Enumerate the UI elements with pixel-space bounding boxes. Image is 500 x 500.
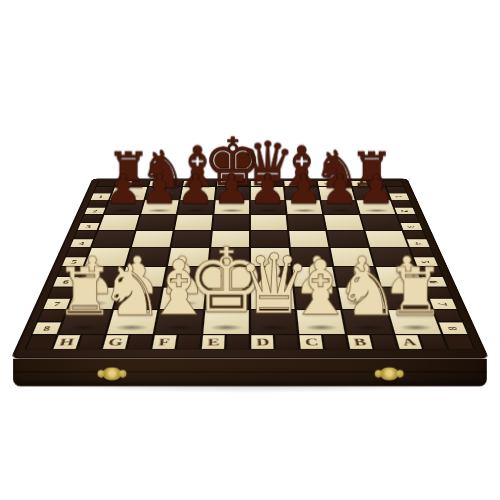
file-label-back-e: E — [223, 182, 227, 184]
file-label-front-e: E — [207, 337, 219, 347]
piece-cell-f2: ♟ — [178, 200, 214, 214]
frame-spacer-tile — [227, 335, 249, 349]
file-label-cell-front-b: B — [348, 335, 398, 349]
rank-label-left-8: 8 — [42, 325, 51, 332]
file-label-tile-front-g: G — [103, 335, 129, 349]
file-label-tile-front-a: A — [396, 335, 422, 349]
file-label-cell-front-g: G — [103, 335, 153, 349]
piece-dark-pawn-b2[interactable]: ♟ — [322, 168, 359, 210]
piece-cell-a2: ♟ — [357, 200, 396, 214]
piece-dark-pawn-a2[interactable]: ♟ — [358, 168, 395, 210]
piece-cell-b2: ♟ — [321, 200, 358, 214]
chess-board: HGFEDCBA1122334455667788HGFEDCBA ♜♞♝♚♛♝♞… — [11, 179, 490, 359]
frame-corner — [26, 335, 56, 349]
file-label-tile-front-b: B — [348, 335, 373, 349]
box-front — [13, 359, 487, 387]
file-label-front-d: D — [255, 337, 269, 347]
rank-label-right-4: 4 — [412, 242, 424, 244]
frame-spacer-tile — [74, 231, 96, 239]
rank-label-right-8: 8 — [446, 326, 460, 330]
file-label-back-d: D — [256, 182, 260, 184]
piece-dark-pawn-g2[interactable]: ♟ — [141, 168, 178, 210]
file-label-tile-front-f: F — [152, 335, 176, 349]
file-label-back-f: F — [189, 182, 193, 184]
piece-cream-rook-a8[interactable]: ♜ — [386, 259, 445, 325]
file-label-back-g: G — [155, 182, 160, 184]
frame-spacer-tile — [420, 335, 447, 349]
file-label-front-a: A — [400, 337, 417, 347]
frame-spacer-tile — [372, 335, 398, 349]
chess-set-photo: HGFEDCBA1122334455667788HGFEDCBA ♜♞♝♚♛♝♞… — [0, 0, 500, 500]
piece-cell-d2: ♟ — [251, 200, 286, 214]
frame-spacer-tile — [404, 231, 426, 239]
file-label-back-b: B — [323, 182, 327, 184]
brass-clasp-icon — [103, 367, 122, 380]
piece-dark-pawn-d2[interactable]: ♟ — [249, 168, 286, 210]
piece-dark-pawn-f2[interactable]: ♟ — [177, 168, 214, 210]
file-label-cell-front-a: A — [396, 335, 447, 349]
rank-label-left-2: 2 — [92, 209, 99, 213]
file-label-back-a: A — [357, 182, 362, 184]
box-lid-seam — [13, 371, 487, 372]
file-label-front-f: F — [158, 337, 170, 347]
piece-dark-pawn-e2[interactable]: ♟ — [213, 168, 250, 210]
file-label-front-b: B — [352, 337, 367, 347]
file-label-tile-front-c: C — [299, 335, 323, 349]
rank-label-left-1: 1 — [98, 195, 104, 199]
frame-spacer-tile — [398, 215, 419, 222]
pieces-layer: ♜♞♝♚♛♝♞♜♟♟♟♟♟♟♟♟♟♟♟♟♟♟♟♟♜♞♝♚♛♝♞♜ — [59, 187, 441, 334]
file-label-front-h: H — [58, 337, 75, 347]
rank-label-right-1: 1 — [394, 196, 404, 198]
piece-cell-e2: ♟ — [214, 200, 249, 214]
frame-spacer-tile — [78, 335, 104, 349]
file-label-cell-front-f: F — [152, 335, 200, 349]
file-label-tile-front-e: E — [202, 335, 225, 349]
rank-label-tile-left-2: 2 — [84, 208, 105, 215]
frame-spacer-tile — [81, 215, 102, 222]
frame-spacer-tile — [128, 335, 153, 349]
frame-spacer-tile — [275, 335, 298, 349]
piece-cell-c2: ♟ — [286, 200, 322, 214]
rank-label-right-2: 2 — [400, 210, 411, 212]
brass-clasp-icon — [380, 367, 399, 380]
piece-cell-g2: ♟ — [141, 200, 178, 214]
rank-label-right-3: 3 — [406, 225, 417, 227]
piece-cell-a8: ♜ — [388, 310, 441, 334]
file-label-front-g: G — [108, 337, 124, 347]
file-label-cell-front-h: H — [53, 335, 104, 349]
piece-dark-pawn-c2[interactable]: ♟ — [286, 168, 323, 210]
rank-label-tile-right-2: 2 — [395, 208, 416, 215]
file-label-tile-front-h: H — [53, 335, 80, 349]
piece-dark-pawn-h2[interactable]: ♟ — [105, 168, 142, 210]
file-label-front-c: C — [304, 337, 319, 347]
file-label-tile-front-d: D — [251, 335, 273, 349]
file-label-back-c: C — [290, 182, 295, 184]
frame-spacer-tile — [177, 335, 201, 349]
frame-spacer-tile — [323, 335, 347, 349]
file-label-cell-front-c: C — [299, 335, 347, 349]
frame-spacer-tile — [392, 200, 412, 206]
file-label-cell-front-e: E — [202, 335, 249, 349]
perspective-wrapper: HGFEDCBA1122334455667788HGFEDCBA ♜♞♝♚♛♝♞… — [60, 60, 440, 440]
piece-cell-h2: ♟ — [105, 200, 144, 214]
file-label-cell-front-d: D — [251, 335, 298, 349]
